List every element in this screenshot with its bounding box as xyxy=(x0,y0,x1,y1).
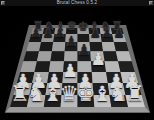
piece-white-rook-h1[interactable]: ♜ xyxy=(126,84,145,103)
piece-black-pawn-g7[interactable]: ♟ xyxy=(101,27,112,39)
pieces-layer: ♜♞♝♛♚♝♞♜♟♟♟♟♟♟♟♟♟♟♟♟♟♟♟♟♜♞♝♛♚♝♞♜ xyxy=(0,6,154,120)
piece-white-pawn-f4[interactable]: ♟ xyxy=(91,53,106,68)
window-maximize-icon[interactable] xyxy=(149,1,153,5)
piece-black-king-e8[interactable]: ♚ xyxy=(78,21,89,32)
piece-black-pawn-h7[interactable]: ♟ xyxy=(113,27,124,39)
piece-black-pawn-d6[interactable]: ♟ xyxy=(65,35,78,48)
piece-black-pawn-e5[interactable]: ♟ xyxy=(77,44,91,58)
piece-black-pawn-a7[interactable]: ♟ xyxy=(30,27,41,39)
piece-black-pawn-c7[interactable]: ♟ xyxy=(54,27,65,39)
app-window: Brutal Chess 0.5.2 ♜♞♝♛♚♝♞♜♟♟♟♟♟♟♟♟♟♟♟♟♟… xyxy=(0,0,154,120)
piece-black-pawn-b7[interactable]: ♟ xyxy=(42,27,53,39)
piece-black-pawn-f7[interactable]: ♟ xyxy=(90,27,101,39)
game-scene: ♜♞♝♛♚♝♞♜♟♟♟♟♟♟♟♟♟♟♟♟♟♟♟♟♜♞♝♛♚♝♞♜ xyxy=(0,6,154,120)
piece-black-queen-d8[interactable]: ♛ xyxy=(67,21,78,32)
